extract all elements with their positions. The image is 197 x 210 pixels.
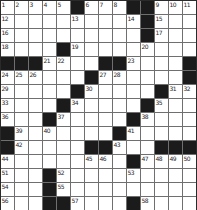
cell-r14c1[interactable]: 54: [1, 183, 14, 196]
cell-r3c6[interactable]: [71, 29, 84, 42]
cell-r2c3[interactable]: [29, 15, 42, 28]
cell-r12c5[interactable]: [57, 155, 70, 168]
cell-r3c2[interactable]: [15, 29, 28, 42]
cell-r14c14[interactable]: [183, 183, 196, 196]
clue-number-42: 42: [16, 141, 23, 148]
cell-r7c8[interactable]: [99, 85, 112, 98]
cell-r14c8[interactable]: [99, 183, 112, 196]
cell-r9c11[interactable]: 38: [141, 113, 154, 126]
cell-r9c5[interactable]: 37: [57, 113, 70, 126]
cell-r4c11[interactable]: 20: [141, 43, 154, 56]
clue-number-28: 28: [114, 71, 121, 78]
cell-r10c8[interactable]: [99, 127, 112, 140]
cell-r7c2[interactable]: [15, 85, 28, 98]
clue-number-40: 40: [44, 127, 51, 134]
cell-r2c5[interactable]: [57, 15, 70, 28]
clue-number-13: 13: [72, 15, 79, 22]
cell-r12c4[interactable]: [43, 155, 56, 168]
black-cell-r1c6: [71, 1, 84, 14]
cell-r6c13[interactable]: [169, 71, 182, 84]
cell-r12c9[interactable]: [113, 155, 126, 168]
clue-number-10: 10: [170, 1, 177, 8]
cell-r11c3[interactable]: [29, 141, 42, 154]
clue-number-6: 6: [86, 1, 89, 8]
cell-r10c7[interactable]: [85, 127, 98, 140]
black-cell-r11c1: [1, 141, 14, 154]
black-cell-r14c4: [43, 183, 56, 196]
cell-r10c12[interactable]: [155, 127, 168, 140]
cell-r13c7[interactable]: [85, 169, 98, 182]
cell-r14c13[interactable]: [169, 183, 182, 196]
black-cell-r5c9: [113, 57, 126, 70]
cell-r7c7[interactable]: 30: [85, 85, 98, 98]
cell-r4c3[interactable]: [29, 43, 42, 56]
cell-r10c5[interactable]: [57, 127, 70, 140]
cell-r2c10[interactable]: 14: [127, 15, 140, 28]
clue-number-38: 38: [142, 113, 149, 120]
clue-number-34: 34: [72, 99, 79, 106]
clue-number-50: 50: [184, 155, 191, 162]
cell-r1c9[interactable]: 8: [113, 1, 126, 14]
clue-number-27: 27: [100, 71, 107, 78]
cell-r8c1[interactable]: 33: [1, 99, 14, 112]
cell-r12c7[interactable]: 45: [85, 155, 98, 168]
clue-number-53: 53: [128, 169, 135, 176]
cell-r2c4[interactable]: [43, 15, 56, 28]
cell-r15c1[interactable]: 56: [1, 197, 14, 210]
cell-r12c1[interactable]: 44: [1, 155, 14, 168]
cell-r3c13[interactable]: [169, 29, 182, 42]
cell-r9c14[interactable]: [183, 113, 196, 126]
cell-r14c11[interactable]: [141, 183, 154, 196]
clue-number-14: 14: [128, 15, 135, 22]
black-cell-r5c3: [29, 57, 42, 70]
clue-number-57: 57: [72, 197, 79, 204]
cell-r13c9[interactable]: [113, 169, 126, 182]
cell-r7c10[interactable]: [127, 85, 140, 98]
clue-number-24: 24: [2, 71, 9, 78]
cell-r6c11[interactable]: [141, 71, 154, 84]
cell-r2c12[interactable]: 15: [155, 15, 168, 28]
cell-r8c4[interactable]: [43, 99, 56, 112]
cell-r4c2[interactable]: [15, 43, 28, 56]
cell-r14c5[interactable]: 55: [57, 183, 70, 196]
cell-r15c3[interactable]: [29, 197, 42, 210]
cell-r1c12[interactable]: 9: [155, 1, 168, 14]
clue-number-37: 37: [58, 113, 65, 120]
cell-r4c13[interactable]: [169, 43, 182, 56]
cell-r2c14[interactable]: [183, 15, 196, 28]
clue-number-52: 52: [58, 169, 65, 176]
cell-r3c3[interactable]: [29, 29, 42, 42]
cell-r6c9[interactable]: 28: [113, 71, 126, 84]
cell-r4c7[interactable]: [85, 43, 98, 56]
cell-r1c8[interactable]: 7: [99, 1, 112, 14]
clue-number-5: 5: [58, 1, 61, 8]
cell-r6c6[interactable]: [71, 71, 84, 84]
cell-r15c9[interactable]: [113, 197, 126, 210]
cell-r7c14[interactable]: 32: [183, 85, 196, 98]
cell-r10c13[interactable]: [169, 127, 182, 140]
clue-number-16: 16: [2, 29, 9, 36]
clue-number-33: 33: [2, 99, 9, 106]
cell-r8c12[interactable]: 35: [155, 99, 168, 112]
cell-r6c3[interactable]: 26: [29, 71, 42, 84]
cell-r9c13[interactable]: [169, 113, 182, 126]
cell-r4c12[interactable]: [155, 43, 168, 56]
cell-r1c14[interactable]: 11: [183, 1, 196, 14]
black-cell-r5c2: [15, 57, 28, 70]
cell-r13c14[interactable]: [183, 169, 196, 182]
cell-r1c5[interactable]: 5: [57, 1, 70, 14]
black-cell-r9c4: [43, 113, 56, 126]
cell-r7c3[interactable]: [29, 85, 42, 98]
clue-number-17: 17: [156, 29, 163, 36]
cell-r5c7[interactable]: [85, 57, 98, 70]
cell-r1c1[interactable]: 1: [1, 1, 14, 14]
cell-r10c4[interactable]: 40: [43, 127, 56, 140]
cell-r6c5[interactable]: [57, 71, 70, 84]
cell-r9c2[interactable]: [15, 113, 28, 126]
cell-r15c6[interactable]: 57: [71, 197, 84, 210]
cell-r4c4[interactable]: [43, 43, 56, 56]
cell-r4c1[interactable]: 18: [1, 43, 14, 56]
cell-r12c11[interactable]: 47: [141, 155, 154, 168]
cell-r14c7[interactable]: [85, 183, 98, 196]
clue-number-49: 49: [170, 155, 177, 162]
cell-r10c6[interactable]: [71, 127, 84, 140]
clue-number-19: 19: [72, 43, 79, 50]
cell-r7c11[interactable]: [141, 85, 154, 98]
cell-r8c10[interactable]: [127, 99, 140, 112]
crossword-grid: 1234567891011121314151617181920212223242…: [0, 0, 197, 210]
clue-number-2: 2: [16, 1, 19, 8]
cell-r13c3[interactable]: [29, 169, 42, 182]
cell-r15c8[interactable]: [99, 197, 112, 210]
black-cell-r5c8: [99, 57, 112, 70]
cell-r15c14[interactable]: [183, 197, 196, 210]
cell-r9c7[interactable]: [85, 113, 98, 126]
cell-r5c5[interactable]: 22: [57, 57, 70, 70]
cell-r6c2[interactable]: 25: [15, 71, 28, 84]
cell-r7c5[interactable]: [57, 85, 70, 98]
clue-number-46: 46: [100, 155, 107, 162]
clue-number-41: 41: [128, 127, 135, 134]
cell-r11c11[interactable]: [141, 141, 154, 154]
cell-r1c2[interactable]: 2: [15, 1, 28, 14]
black-cell-r10c1: [1, 127, 14, 140]
clue-number-12: 12: [2, 15, 9, 22]
black-cell-r1c10: [127, 1, 140, 14]
cell-r9c9[interactable]: [113, 113, 126, 126]
black-cell-r7c12: [155, 85, 168, 98]
cell-r13c10[interactable]: 53: [127, 169, 140, 182]
cell-r14c12[interactable]: [155, 183, 168, 196]
cell-r12c3[interactable]: [29, 155, 42, 168]
cell-r12c2[interactable]: [15, 155, 28, 168]
cell-r3c14[interactable]: [183, 29, 196, 42]
black-cell-r11c14: [183, 141, 196, 154]
black-cell-r6c14: [183, 71, 196, 84]
cell-r9c1[interactable]: 36: [1, 113, 14, 126]
cell-r3c7[interactable]: [85, 29, 98, 42]
cell-r13c5[interactable]: 52: [57, 169, 70, 182]
clue-number-39: 39: [16, 127, 23, 134]
black-cell-r1c11: [141, 1, 154, 14]
cell-r5c13[interactable]: [169, 57, 182, 70]
clue-number-44: 44: [2, 155, 9, 162]
cell-r13c6[interactable]: [71, 169, 84, 182]
cell-r11c5[interactable]: [57, 141, 70, 154]
cell-r15c7[interactable]: [85, 197, 98, 210]
cell-r8c3[interactable]: [29, 99, 42, 112]
clue-number-54: 54: [2, 183, 9, 190]
black-cell-r13c4: [43, 169, 56, 182]
cell-r1c4[interactable]: 4: [43, 1, 56, 14]
black-cell-r7c6: [71, 85, 84, 98]
black-cell-r11c7: [85, 141, 98, 154]
cell-r6c8[interactable]: 27: [99, 71, 112, 84]
black-cell-r10c9: [113, 127, 126, 140]
cell-r2c1[interactable]: 12: [1, 15, 14, 28]
clue-number-56: 56: [2, 197, 9, 204]
cell-r8c2[interactable]: [15, 99, 28, 112]
clue-number-22: 22: [58, 57, 65, 64]
cell-r8c14[interactable]: [183, 99, 196, 112]
clue-number-55: 55: [58, 183, 65, 190]
cell-r10c14[interactable]: [183, 127, 196, 140]
cell-r3c12[interactable]: 17: [155, 29, 168, 42]
cell-r4c6[interactable]: 19: [71, 43, 84, 56]
black-cell-r12c10: [127, 155, 140, 168]
cell-r9c12[interactable]: [155, 113, 168, 126]
black-cell-r11c13: [169, 141, 182, 154]
clue-number-29: 29: [2, 85, 9, 92]
cell-r2c7[interactable]: [85, 15, 98, 28]
cell-r15c12[interactable]: [155, 197, 168, 210]
clue-number-4: 4: [44, 1, 47, 8]
black-cell-r4c5: [57, 43, 70, 56]
black-cell-r15c10: [127, 197, 140, 210]
cell-r13c13[interactable]: [169, 169, 182, 182]
cell-r2c8[interactable]: [99, 15, 112, 28]
cell-r8c6[interactable]: 34: [71, 99, 84, 112]
cell-r5c11[interactable]: [141, 57, 154, 70]
cell-r9c3[interactable]: [29, 113, 42, 126]
crossword-board: 1234567891011121314151617181920212223242…: [0, 0, 196, 210]
clue-number-26: 26: [30, 71, 37, 78]
clue-number-11: 11: [184, 1, 191, 8]
cell-r6c10[interactable]: [127, 71, 140, 84]
clue-number-58: 58: [142, 197, 149, 204]
cell-r9c6[interactable]: [71, 113, 84, 126]
cell-r3c1[interactable]: 16: [1, 29, 14, 42]
black-cell-r8c5: [57, 99, 70, 112]
cell-r10c3[interactable]: [29, 127, 42, 140]
cell-r9c8[interactable]: [99, 113, 112, 126]
cell-r1c13[interactable]: 10: [169, 1, 182, 14]
cell-r8c13[interactable]: [169, 99, 182, 112]
cell-r2c6[interactable]: 13: [71, 15, 84, 28]
cell-r5c10[interactable]: 23: [127, 57, 140, 70]
cell-r3c9[interactable]: [113, 29, 126, 42]
cell-r12c13[interactable]: 49: [169, 155, 182, 168]
black-cell-r8c11: [141, 99, 154, 112]
black-cell-r5c14: [183, 57, 196, 70]
cell-r15c11[interactable]: 58: [141, 197, 154, 210]
cell-r11c6[interactable]: [71, 141, 84, 154]
cell-r1c7[interactable]: 6: [85, 1, 98, 14]
cell-r2c9[interactable]: [113, 15, 126, 28]
cell-r13c1[interactable]: 51: [1, 169, 14, 182]
clue-number-43: 43: [114, 141, 121, 148]
clue-number-23: 23: [128, 57, 135, 64]
cell-r8c7[interactable]: [85, 99, 98, 112]
clue-number-8: 8: [114, 1, 117, 8]
cell-r5c6[interactable]: [71, 57, 84, 70]
cell-r12c14[interactable]: 50: [183, 155, 196, 168]
clue-number-35: 35: [156, 99, 163, 106]
clue-number-32: 32: [184, 85, 191, 92]
cell-r14c3[interactable]: [29, 183, 42, 196]
cell-r10c10[interactable]: 41: [127, 127, 140, 140]
cell-r6c1[interactable]: 24: [1, 71, 14, 84]
cell-r11c10[interactable]: [127, 141, 140, 154]
cell-r8c9[interactable]: [113, 99, 126, 112]
clue-number-47: 47: [142, 155, 149, 162]
cell-r15c2[interactable]: [15, 197, 28, 210]
cell-r8c8[interactable]: [99, 99, 112, 112]
cell-r13c12[interactable]: [155, 169, 168, 182]
clue-number-51: 51: [2, 169, 9, 176]
cell-r3c8[interactable]: [99, 29, 112, 42]
black-cell-r11c8: [99, 141, 112, 154]
cell-r10c11[interactable]: [141, 127, 154, 140]
cell-r4c9[interactable]: [113, 43, 126, 56]
cell-r2c13[interactable]: [169, 15, 182, 28]
black-cell-r5c1: [1, 57, 14, 70]
cell-r4c14[interactable]: [183, 43, 196, 56]
cell-r6c12[interactable]: [155, 71, 168, 84]
cell-r14c6[interactable]: [71, 183, 84, 196]
clue-number-36: 36: [2, 113, 9, 120]
cell-r7c1[interactable]: 29: [1, 85, 14, 98]
cell-r14c9[interactable]: [113, 183, 126, 196]
cell-r3c4[interactable]: [43, 29, 56, 42]
clue-number-20: 20: [142, 43, 149, 50]
black-cell-r15c4: [43, 197, 56, 210]
cell-r7c4[interactable]: [43, 85, 56, 98]
clue-number-15: 15: [156, 15, 163, 22]
clue-number-25: 25: [16, 71, 23, 78]
cell-r7c13[interactable]: 31: [169, 85, 182, 98]
cell-r15c13[interactable]: [169, 197, 182, 210]
cell-r10c2[interactable]: 39: [15, 127, 28, 140]
cell-r11c4[interactable]: [43, 141, 56, 154]
cell-r5c4[interactable]: 21: [43, 57, 56, 70]
black-cell-r15c5: [57, 197, 70, 210]
clue-number-7: 7: [100, 1, 103, 8]
clue-number-48: 48: [156, 155, 163, 162]
black-cell-r6c7: [85, 71, 98, 84]
black-cell-r9c10: [127, 113, 140, 126]
cell-r13c11[interactable]: [141, 169, 154, 182]
clue-number-9: 9: [156, 1, 159, 8]
clue-number-30: 30: [86, 85, 93, 92]
cell-r12c12[interactable]: 48: [155, 155, 168, 168]
cell-r5c12[interactable]: [155, 57, 168, 70]
cell-r11c2[interactable]: 42: [15, 141, 28, 154]
cell-r11c9[interactable]: 43: [113, 141, 126, 154]
cell-r14c10[interactable]: [127, 183, 140, 196]
cell-r3c10[interactable]: [127, 29, 140, 42]
cell-r13c8[interactable]: [99, 169, 112, 182]
cell-r12c6[interactable]: [71, 155, 84, 168]
cell-r13c2[interactable]: [15, 169, 28, 182]
clue-number-18: 18: [2, 43, 9, 50]
cell-r4c8[interactable]: [99, 43, 112, 56]
cell-r2c2[interactable]: [15, 15, 28, 28]
cell-r12c8[interactable]: 46: [99, 155, 112, 168]
cell-r14c2[interactable]: [15, 183, 28, 196]
clue-number-31: 31: [170, 85, 177, 92]
black-cell-r2c11: [141, 15, 154, 28]
cell-r3c5[interactable]: [57, 29, 70, 42]
clue-number-1: 1: [2, 1, 5, 8]
cell-r6c4[interactable]: [43, 71, 56, 84]
clue-number-3: 3: [30, 1, 33, 8]
black-cell-r3c11: [141, 29, 154, 42]
black-cell-r11c12: [155, 141, 168, 154]
clue-number-45: 45: [86, 155, 93, 162]
cell-r1c3[interactable]: 3: [29, 1, 42, 14]
clue-number-21: 21: [44, 57, 51, 64]
cell-r4c10[interactable]: [127, 43, 140, 56]
cell-r7c9[interactable]: [113, 85, 126, 98]
